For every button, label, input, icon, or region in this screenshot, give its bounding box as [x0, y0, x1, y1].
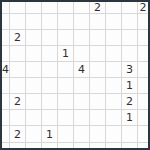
cell-r7c9[interactable] — [138, 110, 148, 126]
cell-r2c8[interactable] — [122, 30, 138, 46]
cell-r2c1[interactable]: 2 — [10, 30, 26, 46]
cell-r7c6[interactable] — [90, 110, 106, 126]
clue-number: 4 — [2, 64, 9, 75]
cell-r7c1[interactable] — [10, 110, 26, 126]
cell-r6c5[interactable] — [74, 94, 90, 110]
cell-r0c6[interactable]: 2 — [90, 2, 106, 14]
cell-r7c3[interactable] — [42, 110, 58, 126]
cell-r9c0[interactable] — [2, 143, 10, 148]
cell-r1c2[interactable] — [26, 14, 42, 30]
cell-r3c5[interactable] — [74, 46, 90, 62]
clue-number: 4 — [78, 64, 85, 75]
cell-r2c3[interactable] — [42, 30, 58, 46]
cell-r3c3[interactable] — [42, 46, 58, 62]
cell-r4c0[interactable]: 4 — [2, 62, 10, 78]
cell-r4c2[interactable] — [26, 62, 42, 78]
clue-number: 1 — [126, 112, 133, 123]
cell-r3c1[interactable] — [10, 46, 26, 62]
cell-r8c5[interactable] — [74, 126, 90, 143]
cell-r4c8[interactable]: 3 — [122, 62, 138, 78]
cell-r8c1[interactable]: 2 — [10, 126, 26, 143]
cell-r7c4[interactable] — [58, 110, 74, 126]
cell-r5c4[interactable] — [58, 78, 74, 94]
cell-r1c7[interactable] — [106, 14, 122, 30]
cell-r3c9[interactable] — [138, 46, 148, 62]
cell-r5c6[interactable] — [90, 78, 106, 94]
cell-r6c0[interactable] — [2, 94, 10, 110]
cell-r3c2[interactable] — [26, 46, 42, 62]
cell-r5c0[interactable] — [2, 78, 10, 94]
cell-r9c9[interactable] — [138, 143, 148, 148]
cell-r1c8[interactable] — [122, 14, 138, 30]
cell-r4c7[interactable] — [106, 62, 122, 78]
cell-r5c9[interactable] — [138, 78, 148, 94]
clue-number: 2 — [14, 32, 21, 43]
cell-r3c7[interactable] — [106, 46, 122, 62]
cell-r8c7[interactable] — [106, 126, 122, 143]
cell-r1c3[interactable] — [42, 14, 58, 30]
clue-number: 2 — [126, 96, 133, 107]
cell-r0c0[interactable] — [2, 2, 10, 14]
cell-r2c2[interactable] — [26, 30, 42, 46]
cell-r8c8[interactable] — [122, 126, 138, 143]
cell-r6c6[interactable] — [90, 94, 106, 110]
cell-r8c0[interactable] — [2, 126, 10, 143]
cell-r4c5[interactable]: 4 — [74, 62, 90, 78]
cell-r7c8[interactable]: 1 — [122, 110, 138, 126]
cell-r2c9[interactable] — [138, 30, 148, 46]
cell-r3c6[interactable] — [90, 46, 106, 62]
clue-number: 3 — [126, 64, 133, 75]
clue-number: 1 — [46, 129, 53, 140]
cell-r9c1[interactable] — [10, 143, 26, 148]
cell-r7c7[interactable] — [106, 110, 122, 126]
cell-r2c4[interactable] — [58, 30, 74, 46]
cell-r9c8[interactable] — [122, 143, 138, 148]
cell-r8c2[interactable] — [26, 126, 42, 143]
cell-r5c7[interactable] — [106, 78, 122, 94]
clue-number: 2 — [14, 129, 21, 140]
cell-r9c6[interactable] — [90, 143, 106, 148]
clue-number: 2 — [14, 96, 21, 107]
cell-r5c1[interactable] — [10, 78, 26, 94]
cell-r9c2[interactable] — [26, 143, 42, 148]
clue-number: 1 — [126, 80, 133, 91]
cell-r9c7[interactable] — [106, 143, 122, 148]
cell-r6c3[interactable] — [42, 94, 58, 110]
cell-r1c1[interactable] — [10, 14, 26, 30]
cell-r7c5[interactable] — [74, 110, 90, 126]
cell-r2c0[interactable] — [2, 30, 10, 46]
cell-r4c1[interactable] — [10, 62, 26, 78]
cell-r5c2[interactable] — [26, 78, 42, 94]
cell-r9c4[interactable] — [58, 143, 74, 148]
cell-r8c3[interactable]: 1 — [42, 126, 58, 143]
cell-r2c7[interactable] — [106, 30, 122, 46]
cell-r8c6[interactable] — [90, 126, 106, 143]
cell-r0c2[interactable] — [26, 2, 42, 14]
cell-r0c5[interactable] — [74, 2, 90, 14]
cell-r6c8[interactable]: 2 — [122, 94, 138, 110]
cell-r4c6[interactable] — [90, 62, 106, 78]
cell-r0c8[interactable] — [122, 2, 138, 14]
puzzle-grid: 2221443122121 — [0, 0, 150, 150]
cell-r9c3[interactable] — [42, 143, 58, 148]
cell-r9c5[interactable] — [74, 143, 90, 148]
cell-r4c9[interactable] — [138, 62, 148, 78]
cell-r3c8[interactable] — [122, 46, 138, 62]
cell-r1c6[interactable] — [90, 14, 106, 30]
clue-number: 2 — [140, 2, 147, 13]
cell-r0c7[interactable] — [106, 2, 122, 14]
cell-r6c1[interactable]: 2 — [10, 94, 26, 110]
cell-r6c2[interactable] — [26, 94, 42, 110]
cell-r5c5[interactable] — [74, 78, 90, 94]
cell-r0c3[interactable] — [42, 2, 58, 14]
cell-r4c4[interactable] — [58, 62, 74, 78]
cell-r1c9[interactable] — [138, 14, 148, 30]
cell-r4c3[interactable] — [42, 62, 58, 78]
cell-r5c8[interactable]: 1 — [122, 78, 138, 94]
cell-r6c4[interactable] — [58, 94, 74, 110]
cell-r2c5[interactable] — [74, 30, 90, 46]
cell-r2c6[interactable] — [90, 30, 106, 46]
cell-r5c3[interactable] — [42, 78, 58, 94]
cell-r1c0[interactable] — [2, 14, 10, 30]
cell-r3c0[interactable] — [2, 46, 10, 62]
cell-r0c1[interactable] — [10, 2, 26, 14]
cell-r1c4[interactable] — [58, 14, 74, 30]
clue-number: 1 — [62, 48, 69, 59]
cell-r6c7[interactable] — [106, 94, 122, 110]
cell-r0c4[interactable] — [58, 2, 74, 14]
cell-r1c5[interactable] — [74, 14, 90, 30]
cell-r8c9[interactable] — [138, 126, 148, 143]
cell-r3c4[interactable]: 1 — [58, 46, 74, 62]
cell-r8c4[interactable] — [58, 126, 74, 143]
clue-number: 2 — [94, 2, 101, 13]
cell-r0c9[interactable]: 2 — [138, 2, 148, 14]
cell-r7c2[interactable] — [26, 110, 42, 126]
cell-r6c9[interactable] — [138, 94, 148, 110]
cell-r7c0[interactable] — [2, 110, 10, 126]
